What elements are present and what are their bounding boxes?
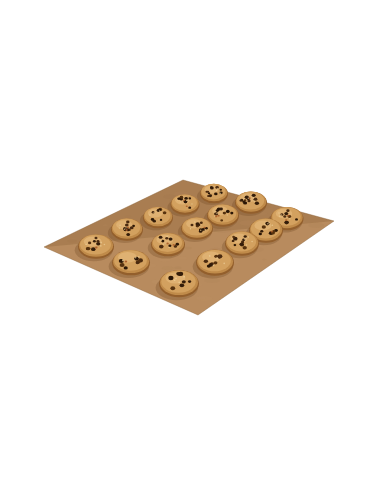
crumb-fleck (216, 257, 218, 259)
crumb-fleck (166, 236, 168, 238)
crumb-fleck (278, 212, 279, 213)
chocolate-chip (220, 189, 222, 191)
crumb-fleck (100, 245, 102, 247)
crumb-fleck (119, 227, 120, 228)
chocolate-chip (86, 247, 90, 250)
crumb-fleck (243, 198, 244, 199)
crumb-fleck (122, 259, 124, 261)
chocolate-chip (284, 212, 288, 215)
chocolate-chip (168, 276, 173, 280)
sheet-speckle (308, 223, 324, 228)
product-photo (0, 0, 381, 492)
chocolate-chip (240, 199, 243, 201)
chocolate-chip (159, 245, 164, 249)
crumb-fleck (214, 215, 215, 216)
crumb-fleck (246, 244, 248, 246)
crumb-fleck (174, 279, 176, 281)
crumb-fleck (104, 244, 106, 246)
crumb-fleck (159, 210, 160, 211)
chocolate-chip (242, 201, 245, 203)
chocolate-chip (91, 247, 96, 251)
sheet-speckle (196, 296, 212, 301)
crumb-fleck (85, 244, 87, 246)
crumb-fleck (217, 188, 218, 189)
crumb-fleck (253, 197, 254, 198)
crumb-fleck (160, 240, 162, 242)
chocolate-chip (96, 240, 99, 243)
chocolate-chip (247, 200, 250, 203)
fruit-bit (125, 229, 127, 231)
chocolate-chip (132, 225, 135, 227)
crumb-fleck (209, 255, 211, 257)
chocolate-chip (217, 254, 222, 258)
crumb-fleck (272, 224, 274, 226)
chocolate-chip (255, 201, 259, 205)
crumb-fleck (253, 200, 254, 201)
chocolate-chip (94, 237, 97, 239)
chocolate-chip (93, 240, 96, 242)
chocolate-chip (244, 235, 247, 238)
chocolate-chip (126, 233, 130, 236)
chocolate-chip (177, 272, 182, 276)
crumb-fleck (264, 224, 266, 226)
chocolate-chip (226, 210, 230, 213)
sheet-speckle (67, 239, 77, 242)
chocolate-chip (207, 264, 211, 267)
crumb-fleck (227, 214, 228, 215)
crumb-fleck (168, 247, 170, 249)
sheet-speckle (262, 259, 266, 260)
crumb-fleck (183, 276, 185, 278)
crumb-fleck (178, 282, 180, 284)
fruit-bit (285, 219, 287, 221)
chocolate-chip (232, 236, 235, 238)
chocolate-chip (188, 280, 191, 283)
fruit-bit (183, 199, 185, 201)
fruit-bit (186, 206, 188, 208)
chocolate-chip (88, 242, 91, 245)
crumb-fleck (153, 212, 154, 213)
crumb-fleck (289, 218, 290, 219)
crumb-fleck (279, 216, 280, 217)
chocolate-chip (243, 246, 247, 250)
chocolate-chip (189, 197, 192, 199)
chocolate-chip (295, 218, 298, 220)
crumb-fleck (268, 222, 270, 224)
chocolate-chip (260, 230, 263, 233)
sheet-speckle (178, 257, 187, 260)
crumb-fleck (119, 224, 120, 225)
chocolate-chip (159, 236, 163, 239)
crumb-fleck (194, 221, 195, 222)
sheet-speckle (162, 266, 174, 270)
crumb-fleck (135, 257, 137, 259)
chocolate-chip (252, 194, 256, 197)
crumb-fleck (125, 227, 126, 228)
fruit-bit (217, 215, 219, 217)
chocolate-chip (163, 211, 167, 214)
chocolate-chip (195, 222, 199, 225)
fruit-bit (173, 244, 175, 246)
crumb-fleck (100, 242, 102, 244)
chocolate-chip (170, 286, 175, 290)
crumb-fleck (267, 223, 269, 225)
chocolate-chip (120, 263, 125, 267)
chocolate-chip (234, 244, 237, 246)
chocolate-chip (214, 192, 218, 195)
chocolate-chip (124, 266, 128, 269)
fruit-bit (125, 260, 128, 262)
crumb-fleck (251, 241, 253, 243)
chocolate-chip (214, 261, 218, 264)
chocolate-chip (286, 209, 289, 212)
chocolate-chip (207, 195, 210, 197)
chocolate-chip (184, 197, 188, 200)
crumb-fleck (219, 192, 220, 193)
chocolate-chip (165, 237, 168, 240)
crumb-fleck (244, 238, 246, 240)
chocolate-chip (262, 225, 266, 228)
chocolate-chip (204, 259, 208, 263)
crumb-fleck (213, 264, 215, 266)
chocolate-chip (210, 186, 214, 189)
chocolate-chip (188, 207, 191, 209)
chocolate-chip (283, 215, 286, 218)
crumb-fleck (149, 214, 150, 215)
crumb-fleck (180, 201, 181, 202)
crumb-fleck (248, 236, 250, 238)
chocolate-chip (285, 221, 289, 224)
sheet-speckle (103, 224, 108, 226)
chocolate-chip (160, 219, 163, 221)
chocolate-chip (136, 261, 140, 264)
crumb-fleck (138, 256, 140, 258)
crumb-fleck (124, 228, 125, 229)
sheet-speckle (204, 278, 220, 283)
crumb-fleck (186, 200, 187, 201)
fruit-bit (95, 247, 98, 249)
fruit-bit (127, 226, 129, 228)
chocolate-chip (230, 212, 233, 215)
crumb-fleck (200, 230, 201, 231)
chocolate-chip (259, 233, 262, 236)
crumb-fleck (281, 214, 282, 215)
fruit-bit (166, 242, 168, 244)
crumb-fleck (248, 197, 249, 198)
sheet-speckle (70, 238, 76, 240)
chocolate-chip (182, 280, 186, 283)
sheet-speckle (125, 216, 132, 218)
chocolate-chip (96, 242, 100, 245)
chocolate-chip (219, 208, 222, 211)
chocolate-chip (223, 212, 226, 215)
crumb-fleck (175, 278, 177, 280)
chocolate-chip (200, 221, 203, 223)
chocolate-chip (126, 221, 129, 224)
crumb-fleck (177, 199, 178, 200)
chocolate-chip (239, 242, 243, 246)
chocolate-chip (125, 223, 129, 226)
chocolate-chip (169, 237, 173, 240)
fruit-bit (203, 227, 205, 229)
chocolate-chip (180, 283, 185, 287)
crumb-fleck (204, 229, 205, 230)
crumb-fleck (191, 203, 192, 204)
crumb-fleck (216, 213, 217, 214)
crumb-fleck (163, 244, 165, 246)
crumb-fleck (214, 211, 215, 212)
crumb-fleck (190, 228, 191, 229)
chocolate-chip (168, 245, 171, 247)
chocolate-chip (207, 191, 210, 193)
crumb-fleck (158, 219, 159, 220)
chocolate-chip (176, 243, 179, 246)
chocolate-chip (151, 218, 154, 221)
sheet-speckle (174, 267, 181, 269)
crumb-fleck (223, 262, 225, 264)
chocolate-chip (220, 219, 223, 221)
crumb-fleck (216, 190, 217, 191)
cookies-on-parchment-photo (0, 0, 381, 492)
chocolate-chip (216, 209, 219, 212)
chocolate-chip (190, 224, 193, 226)
fruit-bit (287, 215, 289, 217)
cookie-highlight (186, 219, 202, 228)
fruit-bit (271, 231, 273, 233)
